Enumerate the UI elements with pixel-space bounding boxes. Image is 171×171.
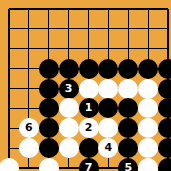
stone-black[interactable]: [39, 118, 59, 138]
stone-white[interactable]: [98, 79, 118, 99]
stone-white[interactable]: [59, 138, 79, 158]
move-number-label: 3: [65, 79, 73, 99]
move-number-label: 1: [85, 98, 93, 118]
stone-black[interactable]: [158, 79, 171, 99]
stone-white[interactable]: [39, 158, 59, 171]
move-number-label: 4: [105, 138, 113, 158]
stone-black[interactable]: [59, 59, 79, 79]
stone-black[interactable]: [79, 59, 99, 79]
stone-white[interactable]: [59, 98, 79, 118]
stone-black[interactable]: [158, 59, 171, 79]
move-number-label: 2: [85, 118, 93, 138]
stone-white-move-6[interactable]: 6: [19, 118, 39, 138]
move-number-label: 6: [25, 118, 33, 138]
screenshot-root: 3162475: [0, 0, 171, 171]
stone-white[interactable]: [59, 118, 79, 138]
stone-white[interactable]: [138, 79, 158, 99]
stone-black[interactable]: [98, 59, 118, 79]
move-number-label: 7: [85, 158, 93, 171]
stone-white-move-2[interactable]: 2: [79, 118, 99, 138]
stone-black[interactable]: [39, 79, 59, 99]
stone-white[interactable]: [118, 79, 138, 99]
stone-black-move-7[interactable]: 7: [79, 158, 99, 171]
stone-black[interactable]: [158, 158, 171, 171]
stone-black[interactable]: [39, 138, 59, 158]
stone-black[interactable]: [79, 138, 99, 158]
stone-white[interactable]: [19, 138, 39, 158]
stone-black[interactable]: [118, 59, 138, 79]
stone-black-move-3[interactable]: 3: [59, 79, 79, 99]
stone-black[interactable]: [39, 59, 59, 79]
go-board: 3162475: [0, 0, 171, 171]
stone-black-move-1[interactable]: 1: [79, 98, 99, 118]
move-number-label: 5: [124, 158, 132, 171]
stone-white[interactable]: [79, 79, 99, 99]
stone-black[interactable]: [39, 98, 59, 118]
stone-black[interactable]: [138, 59, 158, 79]
